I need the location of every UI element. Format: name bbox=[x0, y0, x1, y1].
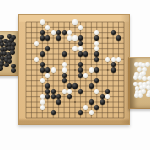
stone-black[interactable] bbox=[62, 51, 67, 56]
stone-black[interactable] bbox=[40, 35, 45, 40]
bowl-stone-white bbox=[142, 76, 147, 81]
stone-black[interactable] bbox=[62, 78, 67, 83]
stone-black[interactable] bbox=[62, 30, 67, 35]
stone-black[interactable] bbox=[51, 94, 56, 99]
stone-black[interactable] bbox=[45, 35, 50, 40]
bowl-stone-black bbox=[4, 63, 9, 68]
stone-white[interactable] bbox=[51, 67, 56, 72]
stone-black[interactable] bbox=[72, 83, 77, 88]
bowl-stone-white bbox=[146, 93, 150, 98]
stone-black[interactable] bbox=[40, 51, 45, 56]
stone-white[interactable] bbox=[40, 105, 45, 110]
stone-black[interactable] bbox=[94, 35, 99, 40]
black-stone-pile bbox=[0, 32, 19, 75]
stone-black[interactable] bbox=[94, 51, 99, 56]
bowl-stone-black bbox=[11, 68, 16, 73]
stone-white[interactable] bbox=[72, 19, 77, 24]
stone-white[interactable] bbox=[62, 67, 67, 72]
stone-black[interactable] bbox=[100, 99, 105, 104]
stone-white[interactable] bbox=[116, 57, 121, 62]
stone-black[interactable] bbox=[40, 67, 45, 72]
stone-black[interactable] bbox=[78, 73, 83, 78]
stone-black[interactable] bbox=[56, 99, 61, 104]
stone-white[interactable] bbox=[89, 67, 94, 72]
stone-white[interactable] bbox=[72, 35, 77, 40]
stone-black[interactable] bbox=[78, 51, 83, 56]
stone-white[interactable] bbox=[62, 89, 67, 94]
stone-black[interactable] bbox=[78, 35, 83, 40]
stone-black[interactable] bbox=[111, 67, 116, 72]
bowl-stone-black bbox=[0, 66, 3, 71]
stone-white[interactable] bbox=[78, 25, 83, 30]
stone-black[interactable] bbox=[56, 35, 61, 40]
stone-black[interactable] bbox=[45, 83, 50, 88]
stone-black[interactable] bbox=[78, 89, 83, 94]
stone-black[interactable] bbox=[67, 83, 72, 88]
white-stone-tray bbox=[128, 57, 150, 109]
white-stone-pile bbox=[130, 58, 150, 108]
go-scene bbox=[0, 0, 150, 150]
stone-black[interactable] bbox=[45, 67, 50, 72]
stone-white[interactable] bbox=[40, 19, 45, 24]
bowl-stone-white bbox=[138, 93, 143, 98]
stone-white[interactable] bbox=[67, 35, 72, 40]
go-board[interactable] bbox=[18, 14, 130, 125]
stone-black[interactable] bbox=[89, 99, 94, 104]
stone-black[interactable] bbox=[78, 67, 83, 72]
stone-white[interactable] bbox=[40, 99, 45, 104]
stone-black[interactable] bbox=[51, 110, 56, 115]
bowl-stone-white bbox=[145, 62, 150, 67]
stone-black[interactable] bbox=[116, 35, 121, 40]
stone-black[interactable] bbox=[89, 83, 94, 88]
stone-white[interactable] bbox=[72, 46, 77, 51]
stone-black[interactable] bbox=[111, 30, 116, 35]
stone-black[interactable] bbox=[94, 67, 99, 72]
stone-white[interactable] bbox=[51, 30, 56, 35]
